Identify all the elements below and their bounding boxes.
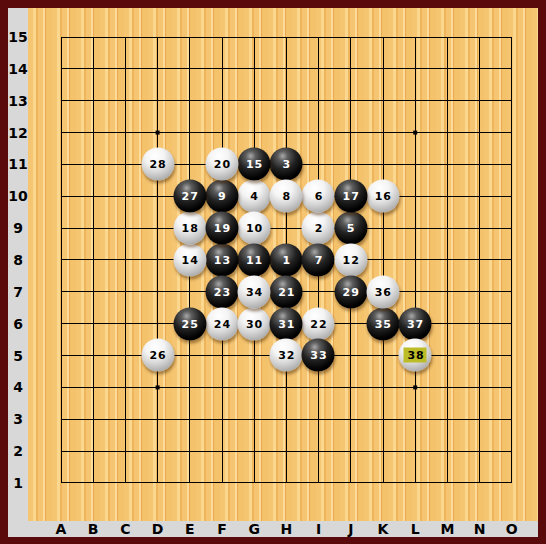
stone-black-37: 37	[399, 307, 432, 340]
point-L14[interactable]	[399, 53, 431, 85]
point-C10[interactable]	[109, 180, 141, 212]
point-A12[interactable]	[45, 117, 77, 149]
point-K7[interactable]: 36	[367, 276, 399, 308]
move-number: 4	[249, 191, 259, 202]
stone-black-11: 11	[238, 243, 271, 276]
point-H15[interactable]	[270, 21, 302, 53]
point-N8[interactable]	[463, 244, 495, 276]
stone-white-20: 20	[205, 148, 238, 181]
point-M3[interactable]	[431, 403, 463, 435]
point-H9[interactable]	[270, 212, 302, 244]
point-K8[interactable]	[367, 244, 399, 276]
point-O6[interactable]	[496, 308, 528, 340]
point-E15[interactable]	[174, 21, 206, 53]
point-C1[interactable]	[109, 467, 141, 499]
point-E2[interactable]	[174, 435, 206, 467]
move-number: 23	[213, 286, 231, 297]
point-M4[interactable]	[431, 371, 463, 403]
point-D7[interactable]	[141, 276, 173, 308]
stone-black-3: 3	[270, 148, 303, 181]
point-A6[interactable]	[45, 308, 77, 340]
point-K5[interactable]	[367, 340, 399, 372]
point-L9[interactable]	[399, 212, 431, 244]
point-O11[interactable]	[496, 148, 528, 180]
stone-white-18: 18	[173, 212, 206, 245]
point-A3[interactable]	[45, 403, 77, 435]
point-C15[interactable]	[109, 21, 141, 53]
point-N4[interactable]	[463, 371, 495, 403]
stone-white-28: 28	[141, 148, 174, 181]
point-E5[interactable]	[174, 340, 206, 372]
point-E14[interactable]	[174, 53, 206, 85]
point-C2[interactable]	[109, 435, 141, 467]
point-E3[interactable]	[174, 403, 206, 435]
point-J5[interactable]	[335, 340, 367, 372]
point-N6[interactable]	[463, 308, 495, 340]
point-G4[interactable]	[238, 371, 270, 403]
point-B15[interactable]	[77, 21, 109, 53]
point-B4[interactable]	[77, 371, 109, 403]
point-B14[interactable]	[77, 53, 109, 85]
point-K9[interactable]	[367, 212, 399, 244]
move-number: 15	[245, 159, 263, 170]
point-F8[interactable]: 13	[206, 244, 238, 276]
point-O9[interactable]	[496, 212, 528, 244]
point-J7[interactable]: 29	[335, 276, 367, 308]
move-number: 24	[213, 318, 231, 329]
point-G11[interactable]: 15	[238, 148, 270, 180]
point-L15[interactable]	[399, 21, 431, 53]
point-D15[interactable]	[141, 21, 173, 53]
point-D6[interactable]	[141, 308, 173, 340]
point-A8[interactable]	[45, 244, 77, 276]
point-A9[interactable]	[45, 212, 77, 244]
point-M6[interactable]	[431, 308, 463, 340]
point-H1[interactable]	[270, 467, 302, 499]
point-C14[interactable]	[109, 53, 141, 85]
point-A15[interactable]	[45, 21, 77, 53]
point-N13[interactable]	[463, 85, 495, 117]
point-G2[interactable]	[238, 435, 270, 467]
point-L2[interactable]	[399, 435, 431, 467]
point-H10[interactable]: 8	[270, 180, 302, 212]
stone-black-31: 31	[270, 307, 303, 340]
stone-white-38: 38	[399, 339, 432, 372]
point-C13[interactable]	[109, 85, 141, 117]
point-A10[interactable]	[45, 180, 77, 212]
move-number: 31	[277, 318, 295, 329]
point-F5[interactable]	[206, 340, 238, 372]
point-B2[interactable]	[77, 435, 109, 467]
point-M15[interactable]	[431, 21, 463, 53]
move-number: 32	[277, 350, 295, 361]
point-E13[interactable]	[174, 85, 206, 117]
point-I15[interactable]	[302, 21, 334, 53]
point-C6[interactable]	[109, 308, 141, 340]
point-J9[interactable]: 5	[335, 212, 367, 244]
point-B9[interactable]	[77, 212, 109, 244]
point-B1[interactable]	[77, 467, 109, 499]
point-E4[interactable]	[174, 371, 206, 403]
move-number: 8	[281, 191, 291, 202]
point-D2[interactable]	[141, 435, 173, 467]
point-I12[interactable]	[302, 117, 334, 149]
stone-white-30: 30	[238, 307, 271, 340]
point-F13[interactable]	[206, 85, 238, 117]
point-O8[interactable]	[496, 244, 528, 276]
point-K15[interactable]	[367, 21, 399, 53]
move-number: 26	[148, 350, 166, 361]
point-F3[interactable]	[206, 403, 238, 435]
point-L1[interactable]	[399, 467, 431, 499]
point-A2[interactable]	[45, 435, 77, 467]
point-K1[interactable]	[367, 467, 399, 499]
col-label-E: E	[174, 521, 206, 537]
point-H11[interactable]: 3	[270, 148, 302, 180]
point-G14[interactable]	[238, 53, 270, 85]
point-A5[interactable]	[45, 340, 77, 372]
stone-black-15: 15	[238, 148, 271, 181]
point-L3[interactable]	[399, 403, 431, 435]
point-J6[interactable]	[335, 308, 367, 340]
move-number: 2	[314, 223, 324, 234]
stone-black-13: 13	[205, 243, 238, 276]
point-I9[interactable]: 2	[302, 212, 334, 244]
point-D9[interactable]	[141, 212, 173, 244]
point-G3[interactable]	[238, 403, 270, 435]
point-L6[interactable]: 37	[399, 308, 431, 340]
point-J8[interactable]: 12	[335, 244, 367, 276]
point-B8[interactable]	[77, 244, 109, 276]
point-C9[interactable]	[109, 212, 141, 244]
move-number: 18	[181, 223, 199, 234]
point-B3[interactable]	[77, 403, 109, 435]
move-number: 14	[181, 254, 199, 265]
stone-white-6: 6	[302, 180, 335, 213]
point-J11[interactable]	[335, 148, 367, 180]
point-I2[interactable]	[302, 435, 334, 467]
point-M13[interactable]	[431, 85, 463, 117]
row-label-8: 8	[8, 252, 28, 268]
point-O4[interactable]	[496, 371, 528, 403]
point-D1[interactable]	[141, 467, 173, 499]
point-I1[interactable]	[302, 467, 334, 499]
stone-black-9: 9	[205, 180, 238, 213]
col-label-M: M	[431, 521, 463, 537]
point-F6[interactable]: 24	[206, 308, 238, 340]
point-G1[interactable]	[238, 467, 270, 499]
point-M7[interactable]	[431, 276, 463, 308]
point-G8[interactable]: 11	[238, 244, 270, 276]
point-D8[interactable]	[141, 244, 173, 276]
point-M9[interactable]	[431, 212, 463, 244]
point-H14[interactable]	[270, 53, 302, 85]
point-G9[interactable]: 10	[238, 212, 270, 244]
move-number: 21	[277, 286, 295, 297]
stone-white-34: 34	[238, 275, 271, 308]
point-H6[interactable]: 31	[270, 308, 302, 340]
col-label-I: I	[303, 521, 335, 537]
move-number: 3	[281, 159, 291, 170]
move-number: 16	[374, 191, 392, 202]
move-number: 9	[217, 191, 227, 202]
move-number: 11	[245, 254, 263, 265]
point-E7[interactable]	[174, 276, 206, 308]
point-I14[interactable]	[302, 53, 334, 85]
stone-white-26: 26	[141, 339, 174, 372]
point-N15[interactable]	[463, 21, 495, 53]
row-label-5: 5	[8, 348, 28, 364]
move-number: 33	[309, 350, 327, 361]
point-N3[interactable]	[463, 403, 495, 435]
point-F9[interactable]: 19	[206, 212, 238, 244]
point-I6[interactable]: 22	[302, 308, 334, 340]
point-O7[interactable]	[496, 276, 528, 308]
stone-white-12: 12	[334, 243, 367, 276]
point-N2[interactable]	[463, 435, 495, 467]
point-A14[interactable]	[45, 53, 77, 85]
point-O10[interactable]	[496, 180, 528, 212]
col-label-F: F	[206, 521, 238, 537]
point-C7[interactable]	[109, 276, 141, 308]
stone-white-22: 22	[302, 307, 335, 340]
point-F10[interactable]: 9	[206, 180, 238, 212]
point-K4[interactable]	[367, 371, 399, 403]
point-O3[interactable]	[496, 403, 528, 435]
point-A11[interactable]	[45, 148, 77, 180]
point-H5[interactable]: 32	[270, 340, 302, 372]
col-label-D: D	[142, 521, 174, 537]
point-D4[interactable]	[141, 371, 173, 403]
move-number: 7	[314, 254, 324, 265]
point-E8[interactable]: 14	[174, 244, 206, 276]
point-L13[interactable]	[399, 85, 431, 117]
col-label-N: N	[464, 521, 496, 537]
point-H3[interactable]	[270, 403, 302, 435]
point-O14[interactable]	[496, 53, 528, 85]
move-number: 29	[342, 286, 360, 297]
move-number: 37	[406, 318, 424, 329]
point-O13[interactable]	[496, 85, 528, 117]
point-E9[interactable]: 18	[174, 212, 206, 244]
point-N5[interactable]	[463, 340, 495, 372]
point-O5[interactable]	[496, 340, 528, 372]
point-C3[interactable]	[109, 403, 141, 435]
point-B7[interactable]	[77, 276, 109, 308]
point-N12[interactable]	[463, 117, 495, 149]
point-O2[interactable]	[496, 435, 528, 467]
point-G6[interactable]: 30	[238, 308, 270, 340]
point-L8[interactable]	[399, 244, 431, 276]
point-C5[interactable]	[109, 340, 141, 372]
point-E12[interactable]	[174, 117, 206, 149]
point-D11[interactable]: 28	[141, 148, 173, 180]
point-N11[interactable]	[463, 148, 495, 180]
stone-black-7: 7	[302, 243, 335, 276]
point-C8[interactable]	[109, 244, 141, 276]
point-F1[interactable]	[206, 467, 238, 499]
row-label-7: 7	[8, 284, 28, 300]
point-J15[interactable]	[335, 21, 367, 53]
point-D13[interactable]	[141, 85, 173, 117]
point-F2[interactable]	[206, 435, 238, 467]
point-I13[interactable]	[302, 85, 334, 117]
point-A4[interactable]	[45, 371, 77, 403]
point-F15[interactable]	[206, 21, 238, 53]
point-F12[interactable]	[206, 117, 238, 149]
col-label-A: A	[45, 521, 77, 537]
stone-white-8: 8	[270, 180, 303, 213]
point-K14[interactable]	[367, 53, 399, 85]
point-J13[interactable]	[335, 85, 367, 117]
point-M2[interactable]	[431, 435, 463, 467]
point-M1[interactable]	[431, 467, 463, 499]
point-E6[interactable]: 25	[174, 308, 206, 340]
point-L10[interactable]	[399, 180, 431, 212]
point-D14[interactable]	[141, 53, 173, 85]
point-M14[interactable]	[431, 53, 463, 85]
move-number: 13	[213, 254, 231, 265]
move-number: 34	[245, 286, 263, 297]
move-number: 30	[245, 318, 263, 329]
point-K10[interactable]: 16	[367, 180, 399, 212]
stone-black-17: 17	[334, 180, 367, 213]
point-J1[interactable]	[335, 467, 367, 499]
point-I7[interactable]	[302, 276, 334, 308]
point-H8[interactable]: 1	[270, 244, 302, 276]
point-F11[interactable]: 20	[206, 148, 238, 180]
point-L5[interactable]: 38	[399, 340, 431, 372]
point-B12[interactable]	[77, 117, 109, 149]
row-label-4: 4	[8, 379, 28, 395]
point-I10[interactable]: 6	[302, 180, 334, 212]
point-A7[interactable]	[45, 276, 77, 308]
point-D12[interactable]	[141, 117, 173, 149]
point-J2[interactable]	[335, 435, 367, 467]
point-L12[interactable]	[399, 117, 431, 149]
point-H2[interactable]	[270, 435, 302, 467]
point-L11[interactable]	[399, 148, 431, 180]
move-number: 36	[374, 286, 392, 297]
col-label-H: H	[270, 521, 302, 537]
stone-white-32: 32	[270, 339, 303, 372]
move-number: 19	[213, 223, 231, 234]
point-E11[interactable]	[174, 148, 206, 180]
point-N7[interactable]	[463, 276, 495, 308]
point-N10[interactable]	[463, 180, 495, 212]
point-H7[interactable]: 21	[270, 276, 302, 308]
point-E10[interactable]: 27	[174, 180, 206, 212]
point-K12[interactable]	[367, 117, 399, 149]
stone-white-10: 10	[238, 212, 271, 245]
point-D5[interactable]: 26	[141, 340, 173, 372]
point-G7[interactable]: 34	[238, 276, 270, 308]
point-H12[interactable]	[270, 117, 302, 149]
point-F14[interactable]	[206, 53, 238, 85]
stone-black-29: 29	[334, 275, 367, 308]
point-H13[interactable]	[270, 85, 302, 117]
point-B13[interactable]	[77, 85, 109, 117]
point-C11[interactable]	[109, 148, 141, 180]
stone-black-21: 21	[270, 275, 303, 308]
point-C4[interactable]	[109, 371, 141, 403]
point-I3[interactable]	[302, 403, 334, 435]
point-G13[interactable]	[238, 85, 270, 117]
point-O15[interactable]	[496, 21, 528, 53]
row-label-15: 15	[8, 29, 28, 45]
point-K6[interactable]: 35	[367, 308, 399, 340]
point-A13[interactable]	[45, 85, 77, 117]
point-J3[interactable]	[335, 403, 367, 435]
point-K11[interactable]	[367, 148, 399, 180]
row-label-14: 14	[8, 61, 28, 77]
point-M12[interactable]	[431, 117, 463, 149]
point-J4[interactable]	[335, 371, 367, 403]
point-I8[interactable]: 7	[302, 244, 334, 276]
point-F7[interactable]: 23	[206, 276, 238, 308]
point-G12[interactable]	[238, 117, 270, 149]
point-D10[interactable]	[141, 180, 173, 212]
point-J10[interactable]: 17	[335, 180, 367, 212]
col-label-B: B	[77, 521, 109, 537]
point-F4[interactable]	[206, 371, 238, 403]
stone-white-16: 16	[366, 180, 399, 213]
point-J14[interactable]	[335, 53, 367, 85]
stone-white-36: 36	[366, 275, 399, 308]
point-B11[interactable]	[77, 148, 109, 180]
move-number: 10	[245, 223, 263, 234]
point-B6[interactable]	[77, 308, 109, 340]
point-G5[interactable]	[238, 340, 270, 372]
point-G15[interactable]	[238, 21, 270, 53]
point-K13[interactable]	[367, 85, 399, 117]
point-I5[interactable]: 33	[302, 340, 334, 372]
point-G10[interactable]: 4	[238, 180, 270, 212]
point-O1[interactable]	[496, 467, 528, 499]
stone-black-25: 25	[173, 307, 206, 340]
move-number: 6	[314, 191, 324, 202]
point-B10[interactable]	[77, 180, 109, 212]
point-N9[interactable]	[463, 212, 495, 244]
point-N1[interactable]	[463, 467, 495, 499]
row-label-12: 12	[8, 125, 28, 141]
stone-black-5: 5	[334, 212, 367, 245]
point-I4[interactable]	[302, 371, 334, 403]
row-label-13: 13	[8, 93, 28, 109]
point-O12[interactable]	[496, 117, 528, 149]
stone-black-23: 23	[205, 275, 238, 308]
point-C12[interactable]	[109, 117, 141, 149]
point-M5[interactable]	[431, 340, 463, 372]
point-H4[interactable]	[270, 371, 302, 403]
col-label-G: G	[238, 521, 270, 537]
point-K3[interactable]	[367, 403, 399, 435]
point-K2[interactable]	[367, 435, 399, 467]
point-J12[interactable]	[335, 117, 367, 149]
point-E1[interactable]	[174, 467, 206, 499]
point-L7[interactable]	[399, 276, 431, 308]
point-L4[interactable]	[399, 371, 431, 403]
point-M8[interactable]	[431, 244, 463, 276]
point-I11[interactable]	[302, 148, 334, 180]
point-M11[interactable]	[431, 148, 463, 180]
point-B5[interactable]	[77, 340, 109, 372]
point-N14[interactable]	[463, 53, 495, 85]
point-A1[interactable]	[45, 467, 77, 499]
point-D3[interactable]	[141, 403, 173, 435]
point-M10[interactable]	[431, 180, 463, 212]
stone-black-35: 35	[366, 307, 399, 340]
